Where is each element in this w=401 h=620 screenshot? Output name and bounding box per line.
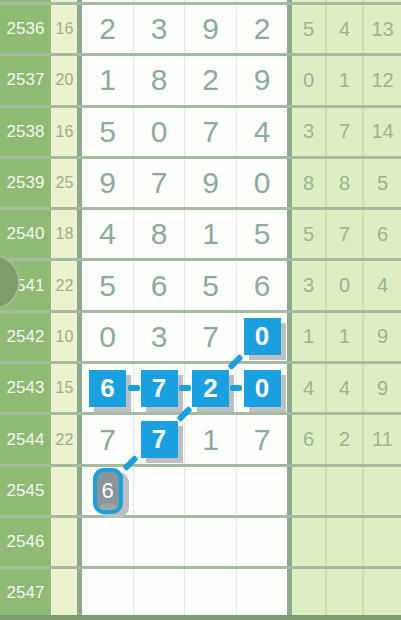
draw-row-2545: 25456 [0,467,401,518]
digit-cell[interactable]: 0 [82,313,133,361]
stat-value [51,569,77,617]
digit-cell[interactable] [82,569,133,617]
summary-value: 6 [362,210,401,258]
partial-cell [325,0,362,2]
summary-value [325,467,362,515]
summary-value: 13 [362,5,401,53]
issue-number: 2546 [0,518,51,566]
summary-value [292,518,325,566]
digit-cell[interactable]: 7 [133,364,184,412]
bottom-separator-band [0,615,401,620]
partial-cell [82,0,133,2]
summary-value [325,569,362,617]
digit-cell[interactable] [133,518,184,566]
digit-cell[interactable] [236,467,287,515]
summary-value: 7 [325,108,362,156]
issue-number: 2547 [0,569,51,617]
digit-cell[interactable]: 2 [184,56,236,104]
highlighted-digit[interactable]: 0 [244,318,281,355]
digit-cell[interactable] [184,569,236,617]
draw-row-2543: 2543156720449 [0,364,401,415]
summary-value [362,467,401,515]
digit-cell[interactable]: 9 [184,5,236,53]
summary-value: 4 [325,5,362,53]
draw-row-2540: 2540184815576 [0,210,401,261]
summary-value: 0 [292,56,325,104]
draw-row-2546: 2546 [0,518,401,569]
summary-value: 2 [325,415,362,463]
stat-value: 18 [51,210,77,258]
digit-cell[interactable] [184,518,236,566]
summary-value [292,467,325,515]
summary-value: 11 [362,415,401,463]
digit-cell[interactable]: 1 [184,415,236,463]
digit-cell[interactable]: 9 [236,56,287,104]
digit-cell[interactable]: 1 [82,56,133,104]
stat-value: 15 [51,364,77,412]
issue-number: 2538 [0,108,51,156]
partial-cell [184,0,236,2]
highlighted-digit[interactable]: 2 [192,370,229,407]
summary-value: 5 [292,5,325,53]
digit-cell[interactable] [133,467,184,515]
stat-value: 20 [51,56,77,104]
issue-number: 2539 [0,159,51,207]
summary-value: 6 [292,415,325,463]
partial-cell [236,0,287,2]
stat-value: 16 [51,5,77,53]
digit-cell[interactable]: 6 [236,261,287,309]
digit-cell[interactable]: 7 [133,159,184,207]
summary-value: 1 [292,313,325,361]
digit-cell[interactable]: 5 [82,261,133,309]
digit-cell[interactable]: 9 [82,159,133,207]
summary-value: 7 [325,210,362,258]
digit-cell[interactable]: 0 [236,313,287,361]
summary-value: 4 [362,261,401,309]
digit-cell[interactable]: 8 [133,56,184,104]
digit-cell[interactable]: 3 [133,313,184,361]
partial-cell [362,0,401,2]
highlighted-digit[interactable]: 0 [244,370,281,407]
highlighted-digit[interactable]: 7 [141,421,178,458]
partial-row-top [0,0,401,2]
summary-value [325,518,362,566]
digit-cell[interactable]: 0 [133,108,184,156]
digit-cell[interactable]: 5 [82,108,133,156]
stat-value: 10 [51,313,77,361]
draw-row-2537: 25372018290112 [0,56,401,107]
summary-value [362,569,401,617]
stat-value: 22 [51,415,77,463]
digit-cell[interactable]: 7 [82,415,133,463]
issue-number: 2537 [0,56,51,104]
issue-number: 2544 [0,415,51,463]
digit-cell[interactable]: 7 [184,313,236,361]
issue-number: 2543 [0,364,51,412]
trend-chart-grid: 2536162392541325372018290112253816507437… [0,0,401,620]
draw-row-2538: 25381650743714 [0,108,401,159]
digit-cell[interactable]: 3 [133,5,184,53]
digit-cell[interactable]: 2 [82,5,133,53]
draw-row-2547: 2547 [0,569,401,620]
highlighted-digit[interactable]: 7 [141,370,178,407]
summary-value: 3 [292,261,325,309]
summary-value: 5 [362,159,401,207]
draw-row-2541: 2541225656304 [0,261,401,312]
trend-chart-screen: 2536162392541325372018290112253816507437… [0,0,401,620]
digit-cell[interactable]: 6 [82,467,133,515]
digit-cell[interactable]: 6 [133,261,184,309]
digit-cell[interactable]: 6 [82,364,133,412]
draw-row-2542: 2542100370119 [0,313,401,364]
pending-pick-ball[interactable]: 6 [93,468,123,514]
summary-value: 9 [362,313,401,361]
digit-cell[interactable]: 7 [133,415,184,463]
partial-cell [133,0,184,2]
summary-value: 4 [292,364,325,412]
summary-value: 12 [362,56,401,104]
summary-value: 3 [292,108,325,156]
summary-value [362,518,401,566]
stat-value [51,518,77,566]
summary-value: 4 [325,364,362,412]
digit-cell[interactable]: 1 [184,210,236,258]
digit-cell[interactable]: 9 [184,159,236,207]
digit-cell[interactable]: 0 [236,364,287,412]
summary-value: 9 [362,364,401,412]
digit-cell[interactable] [82,518,133,566]
digit-cell[interactable] [236,518,287,566]
summary-value: 5 [292,210,325,258]
digit-cell[interactable] [133,569,184,617]
digit-cell[interactable]: 5 [184,261,236,309]
highlighted-digit[interactable]: 6 [89,370,126,407]
digit-cell[interactable]: 5 [236,210,287,258]
issue-number: 2542 [0,313,51,361]
partial-cell [0,0,51,2]
summary-value: 1 [325,56,362,104]
summary-value: 8 [292,159,325,207]
summary-value [292,569,325,617]
digit-cell[interactable]: 8 [133,210,184,258]
digit-cell[interactable]: 0 [236,159,287,207]
draw-row-2544: 25442277176211 [0,415,401,466]
digit-cell[interactable]: 4 [82,210,133,258]
issue-number: 2536 [0,5,51,53]
stat-value [51,467,77,515]
stat-value: 16 [51,108,77,156]
stat-value: 25 [51,159,77,207]
digit-cell[interactable]: 7 [236,415,287,463]
summary-value: 1 [325,313,362,361]
summary-value: 0 [325,261,362,309]
digit-cell[interactable] [236,569,287,617]
draw-row-2536: 25361623925413 [0,2,401,56]
stat-value: 22 [51,261,77,309]
partial-cell [292,0,325,2]
draw-row-2539: 2539259790885 [0,159,401,210]
issue-number: 2540 [0,210,51,258]
summary-value: 8 [325,159,362,207]
summary-value: 14 [362,108,401,156]
digit-cell[interactable]: 4 [236,108,287,156]
digit-cell[interactable]: 7 [184,108,236,156]
digit-cell[interactable]: 2 [236,5,287,53]
issue-number: 2545 [0,467,51,515]
digit-cell[interactable] [184,467,236,515]
digit-cell[interactable]: 2 [184,364,236,412]
partial-cell [51,0,77,2]
